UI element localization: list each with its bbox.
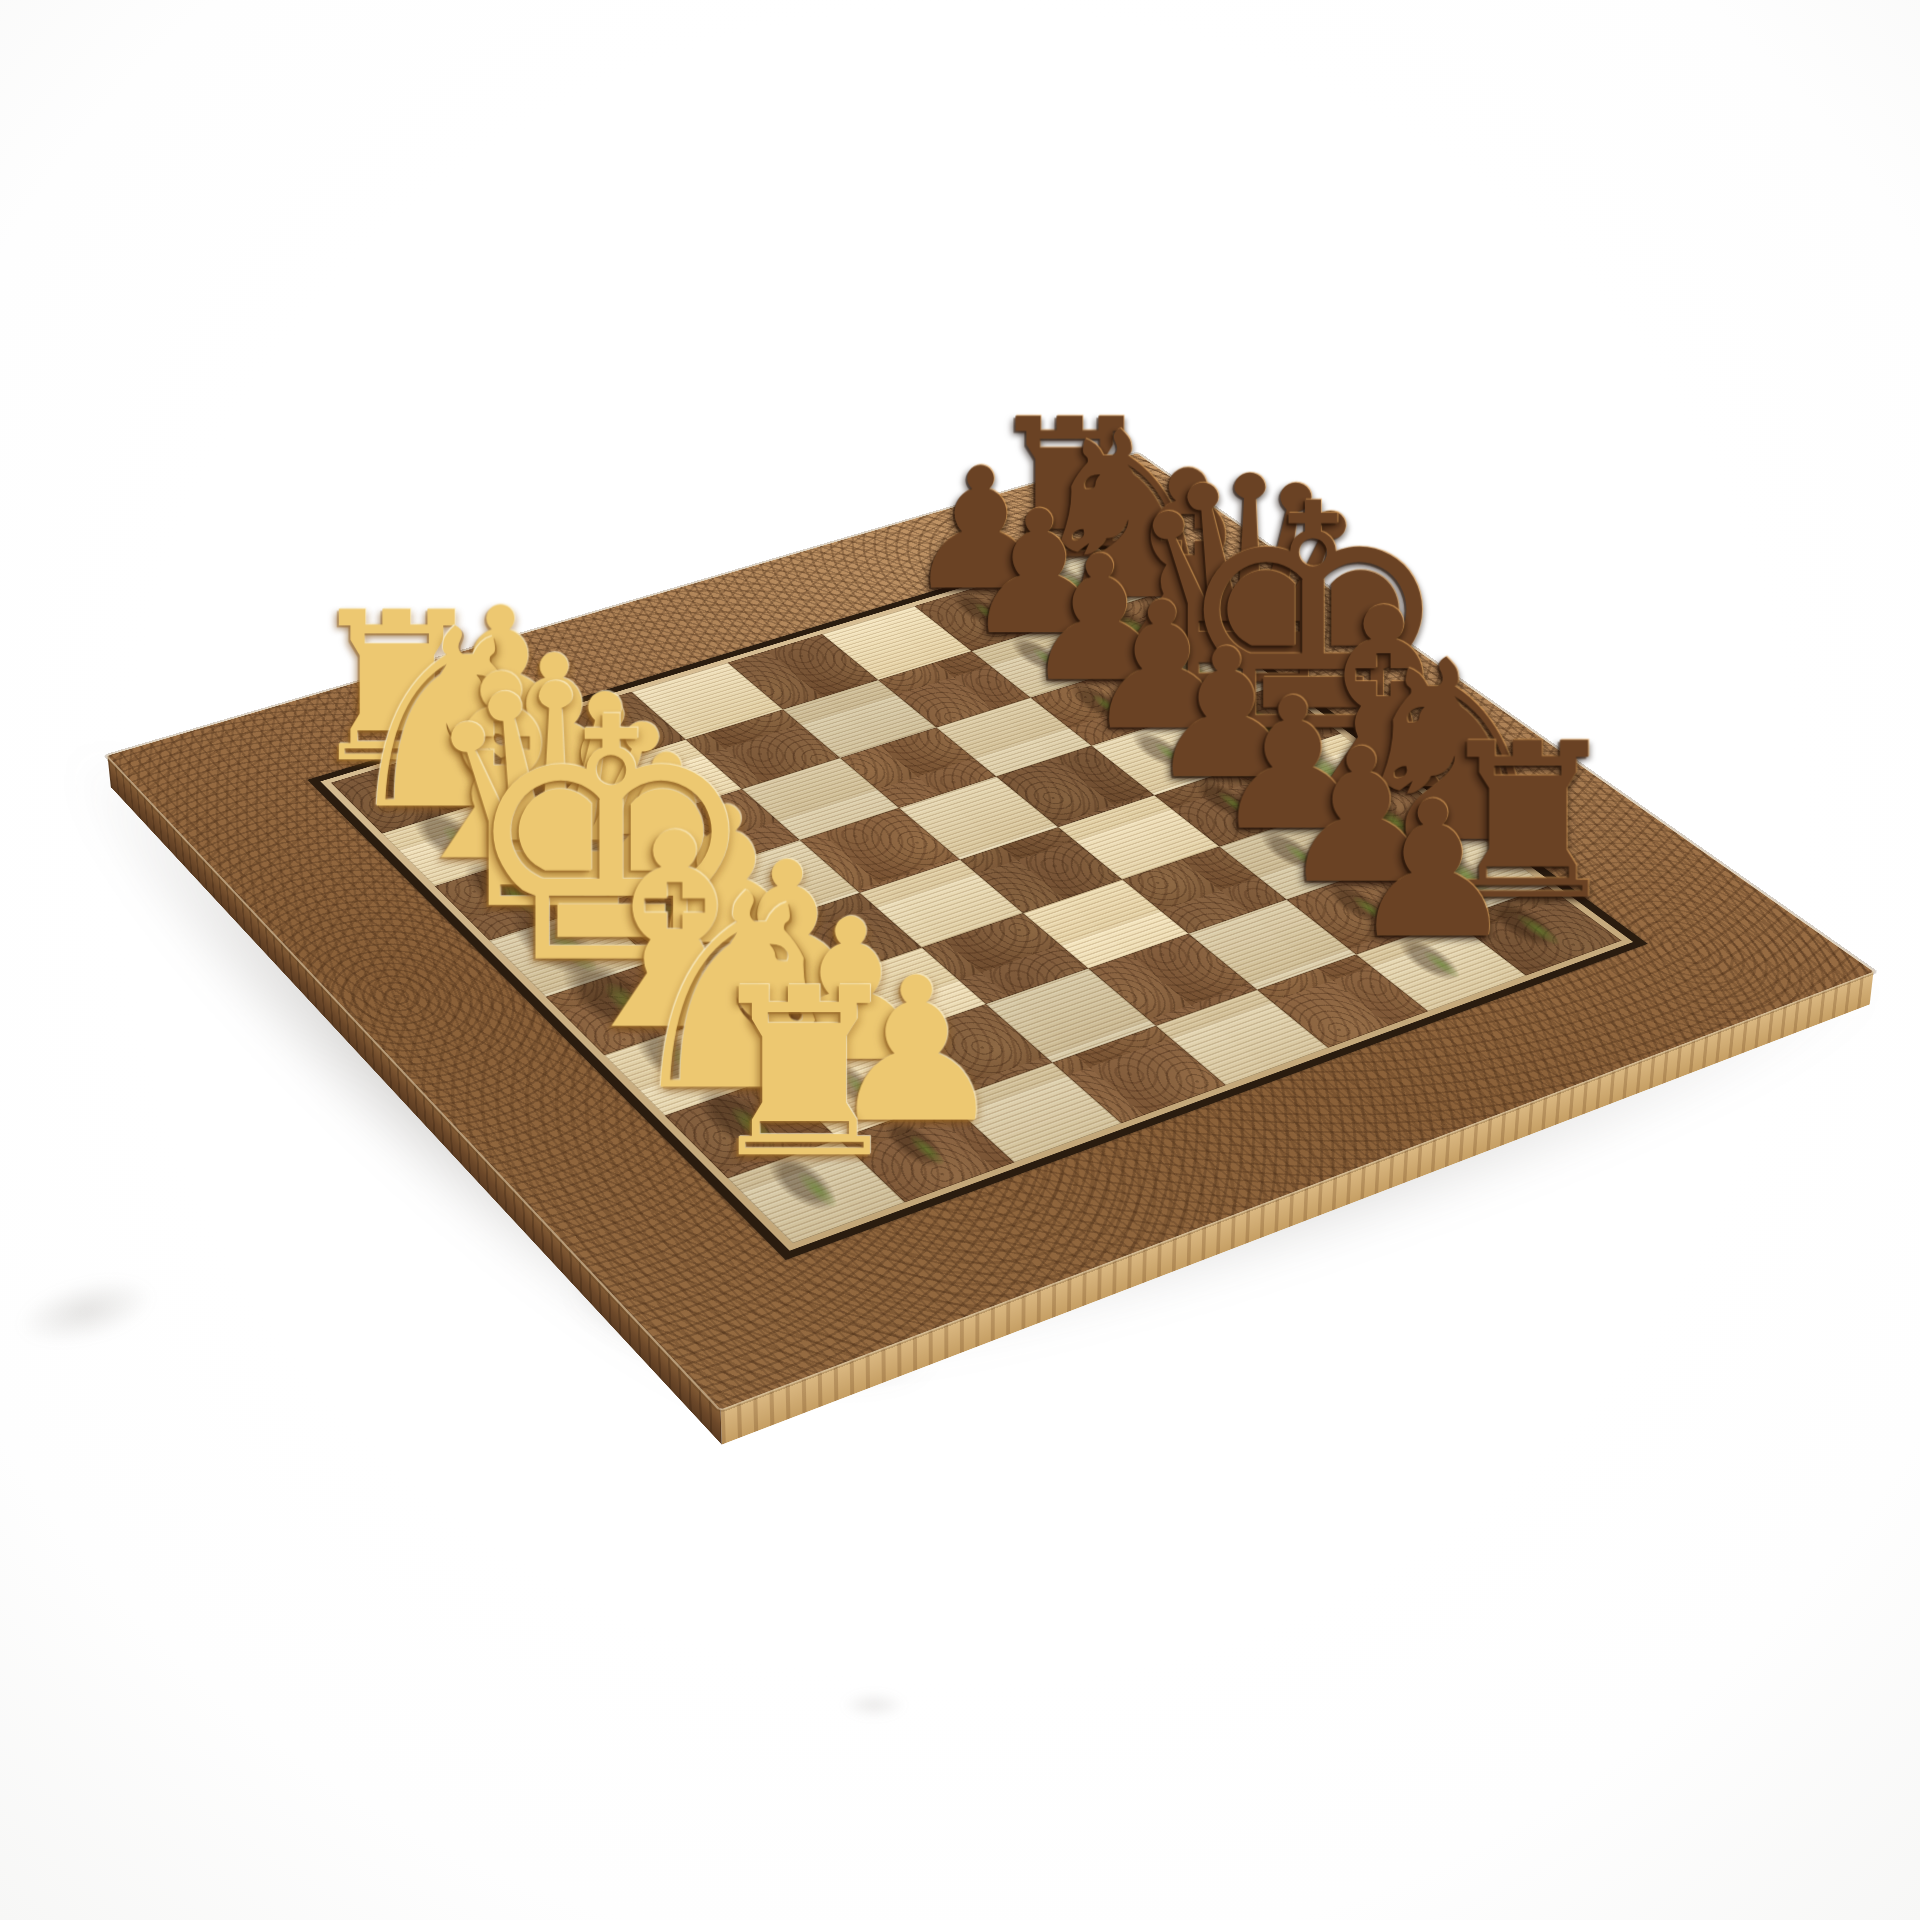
scene: ♜♟♞♟♝♟♛♟♟♚♜♟♟♝♞♟♟♞♝♟♟♜♛♟♟♚♟♝♟♞♟♜ xyxy=(0,0,1920,1920)
black-pawn-glyph: ♟ xyxy=(1266,776,1597,964)
chess-board: ♜♟♞♟♝♟♛♟♟♚♜♟♟♝♞♟♟♞♝♟♟♜♛♟♟♚♟♝♟♞♟♜ xyxy=(108,453,1874,1409)
photo-background: ♜♟♞♟♝♟♛♟♟♚♜♟♟♝♞♟♟♞♝♟♟♜♛♟♟♚♟♝♟♞♟♜ xyxy=(0,0,1920,1920)
white-rook-glyph: ♜ xyxy=(627,958,982,1191)
pieces-layer: ♜♟♞♟♝♟♛♟♟♚♜♟♟♝♞♟♟♞♝♟♟♜♛♟♟♚♟♝♟♞♟♜ xyxy=(107,450,1874,1405)
